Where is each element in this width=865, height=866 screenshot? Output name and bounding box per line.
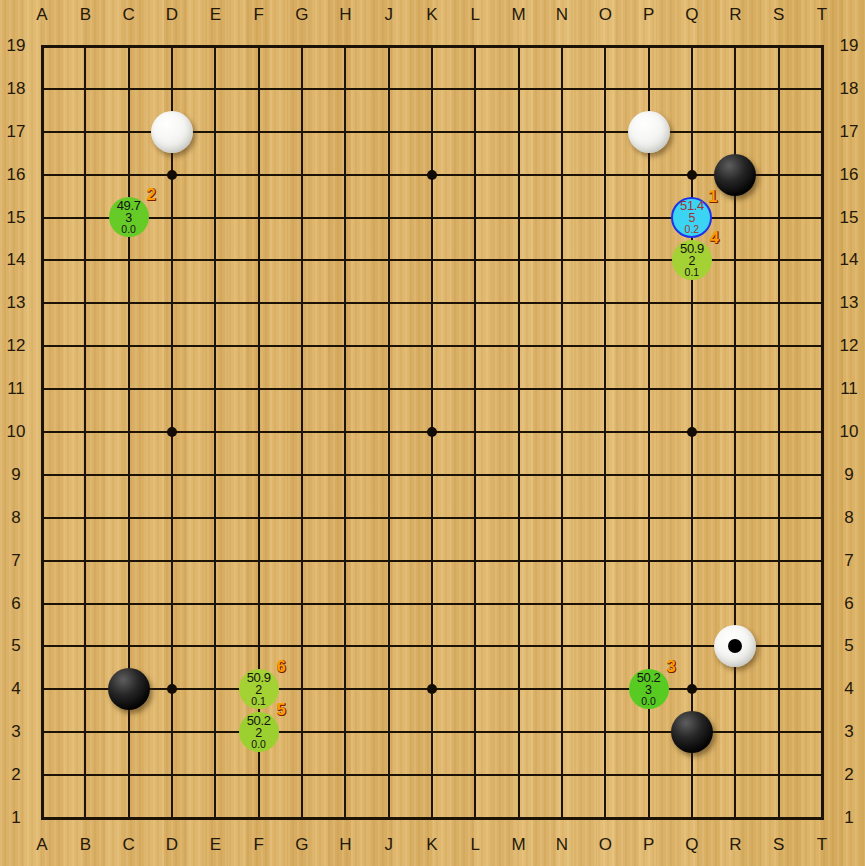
coordinate-label: 7 xyxy=(11,551,20,571)
coordinate-label: F xyxy=(253,5,263,25)
candidate-point-loss: 0.1 xyxy=(251,696,266,706)
coordinate-label: 3 xyxy=(844,722,853,742)
coordinate-label: 5 xyxy=(11,636,20,656)
candidate-rank-badge: 1 xyxy=(709,189,718,205)
coordinate-label: 2 xyxy=(844,765,853,785)
coordinate-label: K xyxy=(426,5,437,25)
candidate-rank-badge: 2 xyxy=(147,187,156,203)
coordinate-label: 9 xyxy=(11,465,20,485)
coordinate-label: L xyxy=(471,5,480,25)
coordinate-label: 9 xyxy=(844,465,853,485)
stone-white-d17 xyxy=(151,111,193,153)
stone-white-r5 xyxy=(714,625,756,667)
candidate-point-loss: 0.2 xyxy=(685,224,700,234)
coordinate-label: 6 xyxy=(844,594,853,614)
candidate-move-c15[interactable]: 49.730.02 xyxy=(109,197,149,237)
coordinate-label: R xyxy=(729,5,741,25)
coordinate-label: 2 xyxy=(11,765,20,785)
coordinate-label: J xyxy=(384,5,393,25)
coordinate-label: 8 xyxy=(844,508,853,528)
coordinate-label: 5 xyxy=(844,636,853,656)
coordinate-label: S xyxy=(773,5,784,25)
coordinate-label: H xyxy=(339,5,351,25)
candidate-move-q14[interactable]: 50.920.14 xyxy=(672,240,712,280)
coordinate-label: P xyxy=(643,5,654,25)
coordinate-label: 7 xyxy=(844,551,853,571)
candidate-move-p4[interactable]: 50.230.03 xyxy=(629,669,669,709)
coordinate-label: A xyxy=(36,5,47,25)
coordinate-label: 6 xyxy=(11,594,20,614)
candidate-point-loss: 0.0 xyxy=(251,739,266,749)
coordinate-label: 1 xyxy=(11,808,20,828)
coordinate-label: 4 xyxy=(844,679,853,699)
candidate-move-q15[interactable]: 51.450.21 xyxy=(671,197,712,238)
coordinate-label: T xyxy=(817,5,827,25)
coordinate-label: 3 xyxy=(11,722,20,742)
candidate-move-f4[interactable]: 50.920.16 xyxy=(239,669,279,709)
coordinate-label: 8 xyxy=(11,508,20,528)
board-grid[interactable]: 51.450.2149.730.0250.230.0350.920.1450.2… xyxy=(20,25,843,840)
coordinate-label: E xyxy=(210,5,221,25)
candidate-point-loss: 0.1 xyxy=(685,267,700,277)
coordinate-label: 4 xyxy=(11,679,20,699)
candidate-move-f3[interactable]: 50.220.05 xyxy=(239,712,279,752)
coordinate-label: G xyxy=(295,5,308,25)
coordinate-label: M xyxy=(512,5,526,25)
candidate-rank-badge: 3 xyxy=(667,659,676,675)
coordinate-label: O xyxy=(599,5,612,25)
coordinate-label: D xyxy=(166,5,178,25)
stone-white-p17 xyxy=(628,111,670,153)
candidate-rank-badge: 6 xyxy=(277,659,286,675)
candidate-rank-badge: 4 xyxy=(710,230,719,246)
coordinate-label: C xyxy=(123,5,135,25)
candidate-point-loss: 0.0 xyxy=(641,696,656,706)
coordinate-label: B xyxy=(80,5,91,25)
coordinate-label: N xyxy=(556,5,568,25)
candidate-rank-badge: 5 xyxy=(277,702,286,718)
coordinate-label: 1 xyxy=(844,808,853,828)
stone-black-q3 xyxy=(671,711,713,753)
stone-black-c4 xyxy=(108,668,150,710)
go-board: ABCDEFGHJKLMNOPQRST ABCDEFGHJKLMNOPQRST … xyxy=(0,0,865,866)
last-move-marker xyxy=(728,639,742,653)
candidate-point-loss: 0.0 xyxy=(121,224,136,234)
stone-black-r16 xyxy=(714,154,756,196)
coordinate-label: Q xyxy=(685,5,698,25)
